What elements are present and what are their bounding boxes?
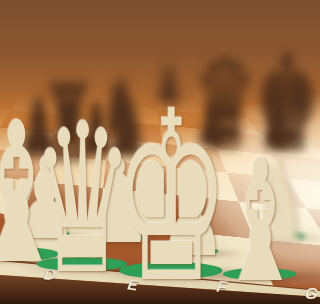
chess-photo-scene: DEFG ♝♟♛♟♚♟♞♝♟♜♟♞♟♟♛♟♚ [0, 0, 320, 304]
white-bishop-icon: ♝ [214, 137, 307, 304]
white-bishop-right[interactable]: ♝ [176, 137, 320, 304]
